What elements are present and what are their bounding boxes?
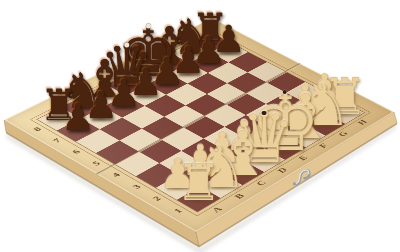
finial-tip [124,43,129,48]
finial-tip [146,24,151,29]
piece-white-rook[interactable]: ♜ [176,158,221,208]
finial-tip [262,111,267,116]
chess-set-photo: ABCDEFGH12345678 ♜♞♝♛♚♝♞♜♟♟♟♟♟♟♟♟♟♟♟♟♟♟♟… [0,0,400,252]
piece-black-pawn[interactable]: ♟ [61,99,94,136]
finial-tip [283,89,288,94]
